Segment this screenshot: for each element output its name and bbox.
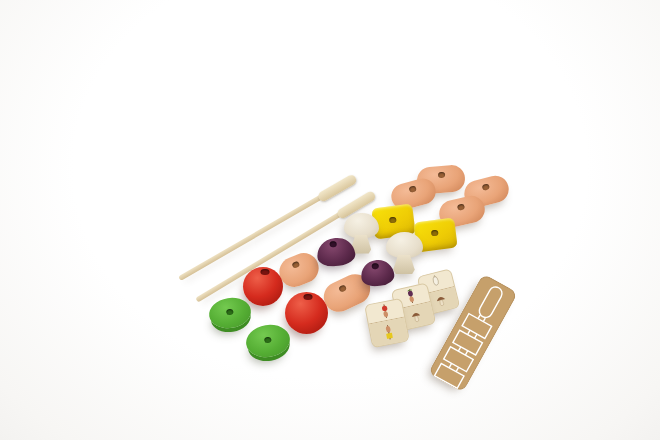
sausage-threading-hole bbox=[292, 261, 301, 269]
tomato-threading-hole bbox=[261, 269, 270, 275]
photo-stage bbox=[0, 0, 660, 440]
sausage-threading-hole bbox=[338, 284, 347, 292]
cheese-threading-hole bbox=[430, 230, 438, 237]
tomato-threading-hole bbox=[304, 294, 313, 300]
olive-threading-hole bbox=[371, 263, 379, 270]
ring-threading-hole bbox=[264, 337, 272, 344]
sausage-threading-hole bbox=[457, 203, 465, 210]
food-die-1[interactable] bbox=[364, 298, 410, 348]
ring-threading-hole bbox=[226, 309, 234, 316]
tomato-bead-1[interactable] bbox=[243, 267, 283, 306]
olive-threading-hole bbox=[329, 241, 337, 248]
tomato-bead-2[interactable] bbox=[285, 292, 328, 334]
sausage-threading-hole bbox=[438, 171, 445, 178]
cheese-threading-hole bbox=[388, 216, 396, 223]
sausage-threading-hole bbox=[481, 182, 489, 190]
sausage-threading-hole bbox=[408, 185, 416, 193]
cucumber-ring-2[interactable] bbox=[244, 322, 292, 360]
cucumber-ring-1[interactable] bbox=[207, 295, 253, 331]
